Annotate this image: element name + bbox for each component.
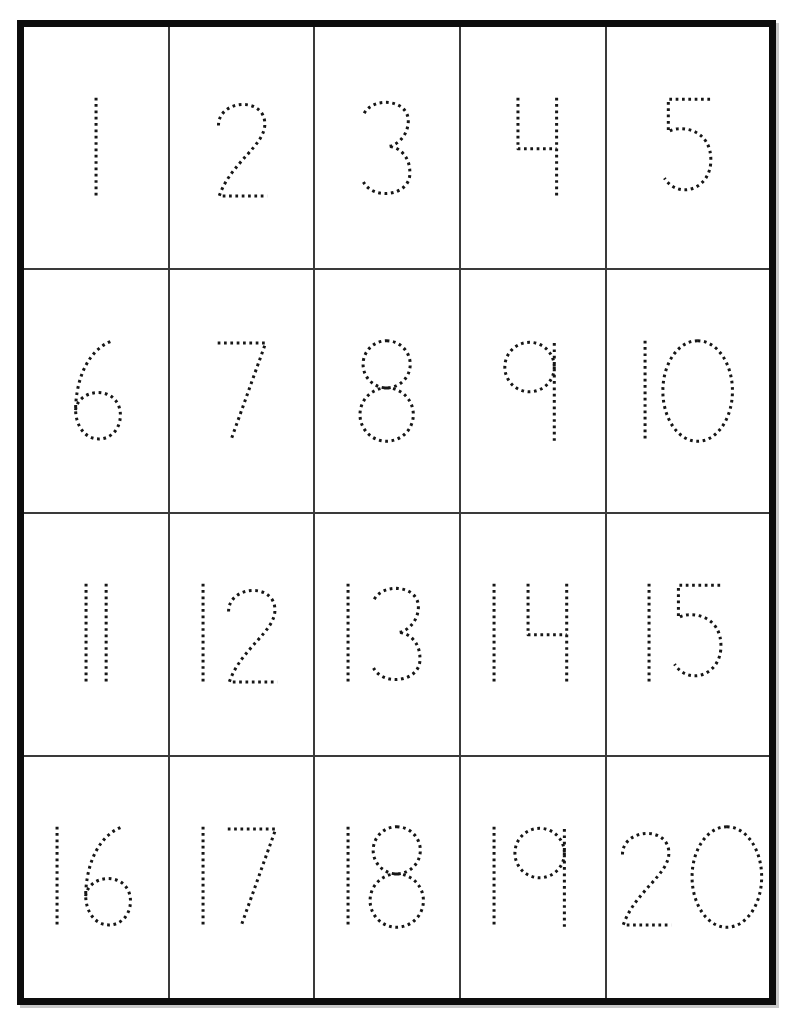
cell-15: 15 bbox=[607, 514, 769, 755]
dotted-number-5 bbox=[649, 90, 726, 206]
cell-18: 18 bbox=[315, 757, 459, 998]
digit-4-stroke bbox=[518, 97, 557, 197]
dotted-number-11 bbox=[76, 576, 116, 692]
cell-13: 13 bbox=[315, 514, 459, 755]
digit-8-stroke bbox=[370, 827, 423, 927]
cell-10: 10 bbox=[607, 270, 769, 511]
dotted-number-15 bbox=[639, 576, 736, 692]
dotted-number-2 bbox=[203, 90, 280, 206]
digit-4-stroke bbox=[528, 584, 567, 684]
digit-3-stroke bbox=[364, 102, 410, 193]
cell-16: 16 bbox=[24, 757, 168, 998]
digit-7-stroke bbox=[228, 829, 276, 926]
digit-9-stroke bbox=[505, 342, 554, 441]
digit-0-stroke bbox=[663, 341, 733, 442]
dotted-number-10 bbox=[635, 333, 740, 449]
dotted-number-8 bbox=[348, 333, 425, 449]
cell-9: 9 bbox=[461, 270, 605, 511]
worksheet-page: 1234567891011121314151617181920 bbox=[0, 0, 791, 1024]
dotted-number-17 bbox=[193, 819, 290, 935]
digit-6-stroke bbox=[76, 341, 121, 438]
digit-2-stroke bbox=[228, 591, 277, 682]
cell-6: 6 bbox=[24, 270, 168, 511]
dotted-number-13 bbox=[338, 576, 435, 692]
dotted-number-7 bbox=[203, 333, 280, 449]
digit-5-stroke bbox=[665, 99, 711, 190]
digit-6-stroke bbox=[86, 828, 131, 925]
digit-2-stroke bbox=[622, 834, 671, 925]
dotted-number-18 bbox=[338, 819, 435, 935]
dotted-number-12 bbox=[193, 576, 290, 692]
digit-2-stroke bbox=[218, 104, 267, 195]
digit-9-stroke bbox=[515, 829, 564, 928]
dotted-number-6 bbox=[57, 333, 134, 449]
dotted-number-9 bbox=[494, 333, 571, 449]
cell-4: 4 bbox=[461, 27, 605, 268]
cell-8: 8 bbox=[315, 270, 459, 511]
cell-20: 20 bbox=[607, 757, 769, 998]
dotted-number-19 bbox=[484, 819, 581, 935]
dotted-number-20 bbox=[607, 819, 769, 935]
digit-8-stroke bbox=[360, 341, 413, 441]
digit-7-stroke bbox=[217, 343, 265, 440]
digit-3-stroke bbox=[374, 588, 420, 679]
dotted-number-1 bbox=[86, 90, 106, 206]
dotted-number-14 bbox=[484, 576, 581, 692]
cell-7: 7 bbox=[170, 270, 314, 511]
cell-14: 14 bbox=[461, 514, 605, 755]
cell-17: 17 bbox=[170, 757, 314, 998]
dotted-number-3 bbox=[348, 90, 425, 206]
cell-1: 1 bbox=[24, 27, 168, 268]
dotted-number-4 bbox=[494, 90, 571, 206]
tracing-grid: 1234567891011121314151617181920 bbox=[17, 20, 776, 1005]
cell-11: 11 bbox=[24, 514, 168, 755]
dotted-number-16 bbox=[47, 819, 144, 935]
cell-3: 3 bbox=[315, 27, 459, 268]
cell-2: 2 bbox=[170, 27, 314, 268]
digit-0-stroke bbox=[692, 827, 762, 928]
digit-5-stroke bbox=[675, 585, 721, 676]
cell-5: 5 bbox=[607, 27, 769, 268]
cell-12: 12 bbox=[170, 514, 314, 755]
cell-19: 19 bbox=[461, 757, 605, 998]
